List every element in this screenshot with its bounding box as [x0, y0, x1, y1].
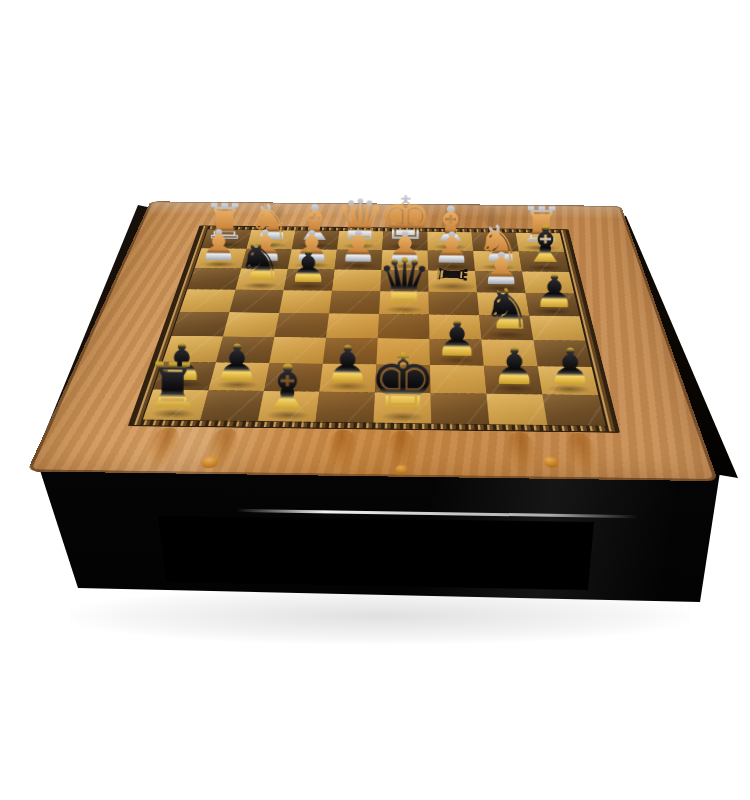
square-c1: ♝	[258, 391, 319, 422]
square-g2: ♟	[484, 366, 543, 395]
piece-black-pawn: ♟	[214, 337, 260, 389]
square-g1	[486, 394, 547, 425]
chess-set-photo: ♜♞♝♛♚♝♜♟♟♟♟♟♟♞♝♞♟♜♟♛♟♞♟♟♟♟♟♟♜♝♚	[0, 0, 750, 800]
square-a1: ♜	[143, 390, 209, 421]
piece-black-pawn: ♟	[491, 340, 538, 392]
piece-black-pawn: ♟	[547, 341, 594, 393]
piece-black-pawn: ♟	[435, 314, 480, 364]
square-f3: ♟	[430, 339, 484, 366]
square-b1	[200, 390, 263, 421]
square-f2	[430, 365, 486, 394]
square-h2: ♟	[538, 366, 599, 395]
piece-black-knight: ♞	[482, 282, 533, 338]
piece-black-pawn: ♟	[324, 338, 370, 390]
piece-black-king: ♚	[368, 344, 437, 421]
square-e1: ♚	[373, 392, 431, 423]
piece-black-bishop: ♝	[259, 356, 315, 419]
square-h1	[542, 395, 605, 426]
piece-black-rook: ♜	[145, 355, 201, 418]
square-d1	[316, 392, 375, 423]
square-f1	[431, 393, 490, 424]
piece-reflection	[396, 206, 415, 226]
chess-board: ♜♞♝♛♚♝♜♟♟♟♟♟♟♞♝♞♟♜♟♛♟♞♟♟♟♟♟♟♜♝♚	[27, 201, 718, 481]
